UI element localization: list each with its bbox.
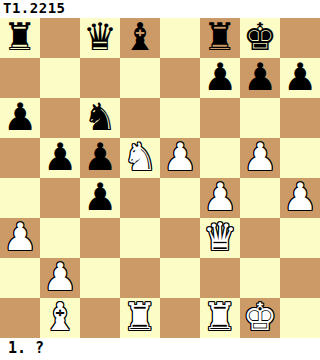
square-e4[interactable] [160,178,200,218]
white-pawn[interactable]: ♟ [163,137,197,177]
square-f8[interactable]: ♜ [200,18,240,58]
square-c3[interactable] [80,218,120,258]
square-c2[interactable] [80,258,120,298]
square-d2[interactable] [120,258,160,298]
square-e5[interactable]: ♟ [160,138,200,178]
square-e7[interactable] [160,58,200,98]
square-h5[interactable] [280,138,320,178]
square-a3[interactable]: ♟ [0,218,40,258]
square-f2[interactable] [200,258,240,298]
square-h1[interactable] [280,298,320,338]
black-rook[interactable]: ♜ [203,17,237,57]
square-e8[interactable] [160,18,200,58]
square-d3[interactable] [120,218,160,258]
square-d6[interactable] [120,98,160,138]
square-d1[interactable]: ♜ [120,298,160,338]
square-g3[interactable] [240,218,280,258]
white-bishop[interactable]: ♝ [43,297,77,337]
square-f1[interactable]: ♜ [200,298,240,338]
square-c5[interactable]: ♟ [80,138,120,178]
chess-board: ♜♛♝♜♚♟♟♟♟♞♟♟♞♟♟♟♟♟♟♛♟♝♜♜♚ [0,18,320,338]
square-a5[interactable] [0,138,40,178]
square-g2[interactable] [240,258,280,298]
square-g4[interactable] [240,178,280,218]
square-c6[interactable]: ♞ [80,98,120,138]
square-a7[interactable] [0,58,40,98]
square-g8[interactable]: ♚ [240,18,280,58]
white-rook[interactable]: ♜ [203,297,237,337]
square-b6[interactable] [40,98,80,138]
square-c8[interactable]: ♛ [80,18,120,58]
square-b1[interactable]: ♝ [40,298,80,338]
square-b7[interactable] [40,58,80,98]
square-e3[interactable] [160,218,200,258]
black-pawn[interactable]: ♟ [83,177,117,217]
square-a2[interactable] [0,258,40,298]
square-b5[interactable]: ♟ [40,138,80,178]
black-pawn[interactable]: ♟ [43,137,77,177]
white-king[interactable]: ♚ [243,297,277,337]
chess-app-window: T1.2215 ♜♛♝♜♚♟♟♟♟♞♟♟♞♟♟♟♟♟♟♛♟♝♜♜♚ 1. ? [0,0,320,360]
move-prompt: 1. ? [8,338,44,360]
white-rook[interactable]: ♜ [123,297,157,337]
black-pawn[interactable]: ♟ [83,137,117,177]
square-g5[interactable]: ♟ [240,138,280,178]
square-e6[interactable] [160,98,200,138]
black-pawn[interactable]: ♟ [203,57,237,97]
square-c4[interactable]: ♟ [80,178,120,218]
square-d7[interactable] [120,58,160,98]
square-d5[interactable]: ♞ [120,138,160,178]
black-rook[interactable]: ♜ [3,17,37,57]
square-a6[interactable]: ♟ [0,98,40,138]
white-queen[interactable]: ♛ [203,217,237,257]
square-b3[interactable] [40,218,80,258]
square-e1[interactable] [160,298,200,338]
black-pawn[interactable]: ♟ [3,97,37,137]
square-h7[interactable]: ♟ [280,58,320,98]
white-pawn[interactable]: ♟ [283,177,317,217]
black-bishop[interactable]: ♝ [123,17,157,57]
square-h4[interactable]: ♟ [280,178,320,218]
square-b8[interactable] [40,18,80,58]
square-g1[interactable]: ♚ [240,298,280,338]
square-h8[interactable] [280,18,320,58]
square-b2[interactable]: ♟ [40,258,80,298]
square-a4[interactable] [0,178,40,218]
square-h6[interactable] [280,98,320,138]
square-g6[interactable] [240,98,280,138]
square-c1[interactable] [80,298,120,338]
square-g7[interactable]: ♟ [240,58,280,98]
square-f3[interactable]: ♛ [200,218,240,258]
square-h2[interactable] [280,258,320,298]
square-f6[interactable] [200,98,240,138]
square-f5[interactable] [200,138,240,178]
square-d8[interactable]: ♝ [120,18,160,58]
square-a8[interactable]: ♜ [0,18,40,58]
white-knight[interactable]: ♞ [123,137,157,177]
black-pawn[interactable]: ♟ [243,57,277,97]
white-pawn[interactable]: ♟ [43,257,77,297]
black-queen[interactable]: ♛ [83,17,117,57]
white-pawn[interactable]: ♟ [203,177,237,217]
white-pawn[interactable]: ♟ [243,137,277,177]
square-d4[interactable] [120,178,160,218]
white-pawn[interactable]: ♟ [3,217,37,257]
black-knight[interactable]: ♞ [83,97,117,137]
square-h3[interactable] [280,218,320,258]
black-king[interactable]: ♚ [243,17,277,57]
square-b4[interactable] [40,178,80,218]
square-e2[interactable] [160,258,200,298]
square-f4[interactable]: ♟ [200,178,240,218]
square-a1[interactable] [0,298,40,338]
square-c7[interactable] [80,58,120,98]
black-pawn[interactable]: ♟ [283,57,317,97]
square-f7[interactable]: ♟ [200,58,240,98]
